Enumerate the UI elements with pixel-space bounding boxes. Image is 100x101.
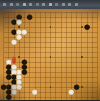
- go-app-screenshot: ●●●●●●●●●●●●●●●●●●●●●●●●●●●●●●●●●●: [0, 0, 100, 100]
- toolbar-icon[interactable]: [16, 3, 19, 6]
- star-point: [18, 26, 20, 28]
- board-grid: ●●●●●●●●●●●●●●●●●●●●●●●●●●●●●●●●●●: [1, 10, 100, 101]
- toolbar-icon[interactable]: [36, 3, 39, 6]
- toolbar-icon[interactable]: [29, 3, 32, 6]
- star-point: [81, 56, 83, 58]
- toolbar-icon[interactable]: [62, 3, 65, 6]
- star-point: [50, 86, 52, 88]
- toolbar-icon[interactable]: [55, 3, 58, 6]
- toolbar-icon[interactable]: [75, 3, 78, 6]
- go-board: ●●●●●●●●●●●●●●●●●●●●●●●●●●●●●●●●●●: [0, 9, 100, 100]
- star-point: [18, 56, 20, 58]
- toolbar-icon[interactable]: [10, 3, 13, 6]
- board-intersection[interactable]: [95, 100, 100, 101]
- star-point: [50, 26, 52, 28]
- star-point: [81, 26, 83, 28]
- toolbar: [0, 0, 100, 9]
- toolbar-icon[interactable]: [49, 3, 52, 6]
- toolbar-icon[interactable]: [23, 3, 26, 6]
- toolbar-icon[interactable]: [3, 3, 6, 6]
- red-move-marker: [12, 56, 16, 64]
- star-point: [18, 86, 20, 88]
- toolbar-icon[interactable]: [42, 3, 45, 6]
- toolbar-icon[interactable]: [68, 3, 71, 6]
- star-point: [81, 86, 83, 88]
- star-point: [50, 56, 52, 58]
